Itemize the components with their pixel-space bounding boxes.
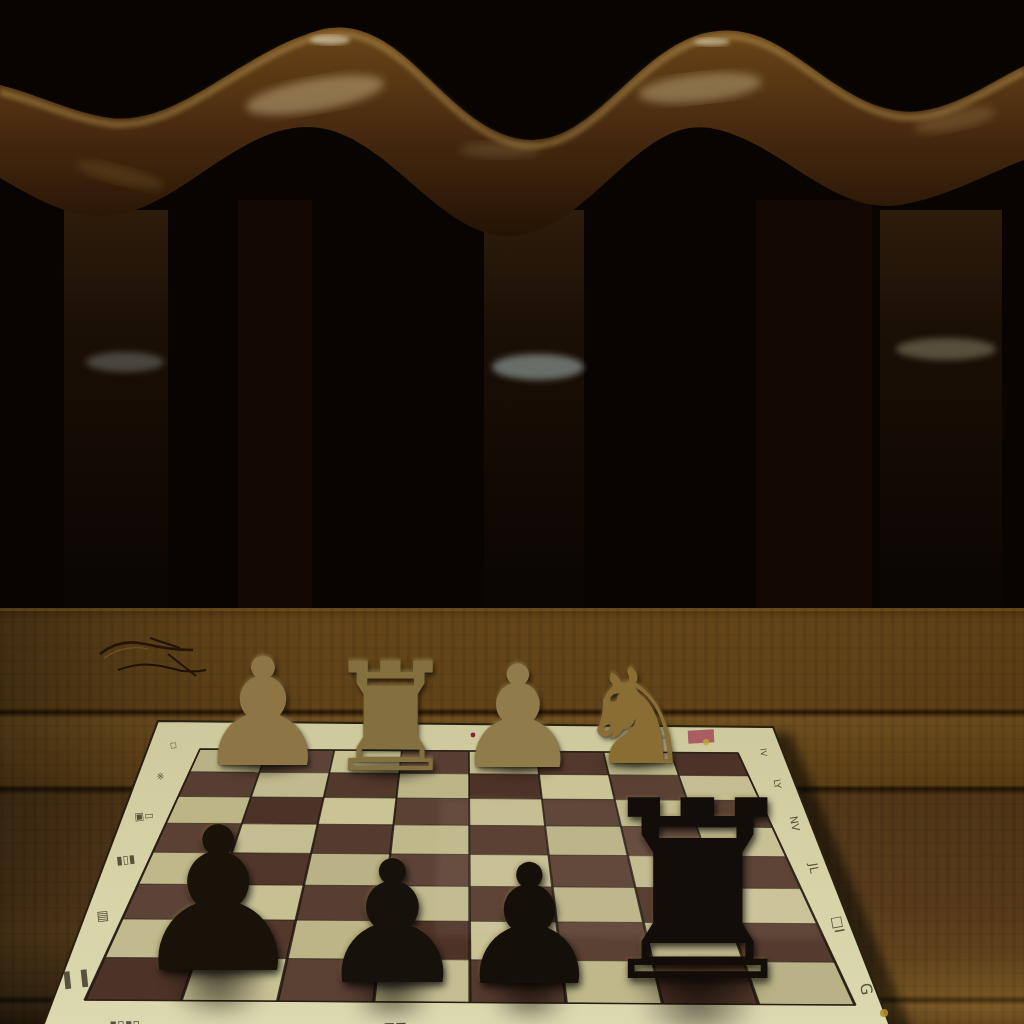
scene-root: ◻※▣▭▮▯▮▤▌▐IVLYNVJL□IG▮▯▮▯∎ ∎∎⊟⊞≡≡◼▯◼▯▮▯▭… (0, 0, 1024, 1024)
white-pawn-b8[interactable]: ♟ (196, 638, 330, 788)
black-pawn-d1[interactable]: ♟ (316, 839, 468, 1009)
black-pawn-b1[interactable]: ♟ (128, 801, 307, 1001)
white-rook-c8[interactable]: ♜ (323, 643, 457, 793)
pieces-layer: ♟♜♟♞♟♟♟♜ (0, 0, 1024, 1024)
white-pawn-e8[interactable]: ♟ (454, 647, 581, 789)
black-rook-g1[interactable]: ♜ (587, 768, 809, 1016)
black-pawn-e1[interactable]: ♟ (455, 843, 604, 1009)
